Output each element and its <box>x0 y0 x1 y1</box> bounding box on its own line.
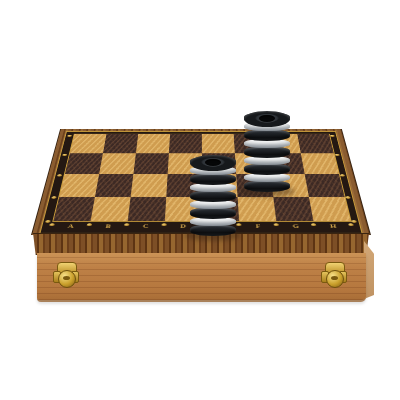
gold-bead-ornament <box>51 196 56 198</box>
checker-top-face <box>244 111 290 127</box>
gold-bead-ornament <box>67 135 72 137</box>
latch-knob <box>326 270 344 288</box>
square-H-3 <box>301 153 339 174</box>
gold-bead-ornament <box>340 174 345 176</box>
gold-bead-ornament <box>345 196 350 198</box>
square-B-4 <box>103 134 138 153</box>
gold-bead-ornament <box>351 220 357 223</box>
gold-bead-ornament <box>236 223 241 226</box>
square-B-2 <box>95 174 133 197</box>
file-label-H: H <box>314 222 353 231</box>
square-C-3 <box>133 153 169 174</box>
checker-black <box>190 156 236 168</box>
file-label-C: C <box>126 222 164 231</box>
square-B-3 <box>99 153 136 174</box>
file-label-F: F <box>239 222 277 231</box>
square-C-4 <box>136 134 170 153</box>
left-stack <box>189 148 237 236</box>
file-label-G: G <box>276 222 315 231</box>
gold-bead-ornament <box>45 220 51 223</box>
square-A-1 <box>53 197 95 221</box>
square-H-1 <box>309 197 351 221</box>
right-stack <box>243 104 291 192</box>
checker-center-recess <box>205 159 221 166</box>
square-B-1 <box>91 197 131 221</box>
square-F-1 <box>238 197 277 221</box>
file-label-B: B <box>89 222 128 231</box>
square-A-3 <box>65 153 103 174</box>
square-C-1 <box>128 197 167 221</box>
checker-top-face <box>190 155 236 171</box>
square-H-2 <box>305 174 345 197</box>
file-label-A: A <box>51 222 90 231</box>
square-C-2 <box>131 174 168 197</box>
latch-knob <box>58 270 76 288</box>
gold-bead-ornament <box>330 135 335 137</box>
square-G-1 <box>273 197 313 221</box>
square-A-2 <box>59 174 99 197</box>
gold-bead-ornament <box>348 223 354 226</box>
gold-bead-ornament <box>57 174 62 176</box>
product-photo-stage: ABCDEFGH <box>0 0 400 400</box>
right-latch <box>321 262 347 289</box>
gold-bead-ornament <box>311 223 316 226</box>
checker-center-recess <box>259 115 275 122</box>
box-front-face <box>37 253 366 302</box>
gold-bead-ornament <box>335 154 340 156</box>
square-H-4 <box>297 134 334 153</box>
square-A-4 <box>70 134 107 153</box>
gold-bead-ornament <box>62 154 67 156</box>
gold-bead-ornament <box>274 223 279 226</box>
checker-black <box>244 112 290 124</box>
left-latch <box>53 262 79 289</box>
